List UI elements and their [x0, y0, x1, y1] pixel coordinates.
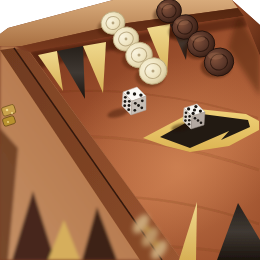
- scene-canvas: [0, 0, 260, 260]
- backgammon-photo: [0, 0, 260, 260]
